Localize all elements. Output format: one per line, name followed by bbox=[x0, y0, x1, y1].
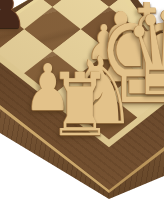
pieces-layer: ♟♟♝♚♛♟♞♜ bbox=[0, 0, 164, 200]
piece-black-piece-far-corner[interactable]: ♟ bbox=[0, 0, 26, 37]
chess-set-photo: ♟♟♝♚♛♟♞♜ bbox=[0, 0, 164, 200]
piece-white-rook[interactable]: ♜ bbox=[48, 62, 111, 148]
